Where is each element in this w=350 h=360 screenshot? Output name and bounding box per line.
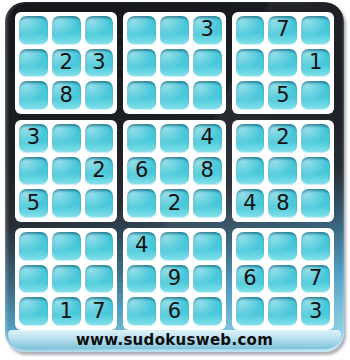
cell-r3c4[interactable] <box>127 81 156 110</box>
box-1-2: 3 <box>123 12 225 114</box>
cell-r1c7[interactable] <box>236 16 265 45</box>
cell-r6c8: 8 <box>268 189 297 218</box>
cell-r9c9: 3 <box>301 297 330 326</box>
cell-r2c6[interactable] <box>193 49 222 78</box>
cell-r5c7[interactable] <box>236 157 265 186</box>
cell-r6c2[interactable] <box>52 189 81 218</box>
cell-r4c7[interactable] <box>236 124 265 153</box>
cell-r9c1[interactable] <box>19 297 48 326</box>
website-link[interactable]: www.sudokusweb.com <box>76 331 273 349</box>
cell-r6c4[interactable] <box>127 189 156 218</box>
cell-r2c7[interactable] <box>236 49 265 78</box>
cell-r9c4[interactable] <box>127 297 156 326</box>
cell-r3c6[interactable] <box>193 81 222 110</box>
cell-r6c3[interactable] <box>85 189 114 218</box>
cell-r7c8[interactable] <box>268 232 297 261</box>
box-1-1: 238 <box>15 12 117 114</box>
cell-r4c4[interactable] <box>127 124 156 153</box>
cell-r5c8[interactable] <box>268 157 297 186</box>
cell-r5c6: 8 <box>193 157 222 186</box>
cell-r1c2[interactable] <box>52 16 81 45</box>
cell-r5c5[interactable] <box>160 157 189 186</box>
cell-r3c5[interactable] <box>160 81 189 110</box>
cell-r9c5: 6 <box>160 297 189 326</box>
cell-r9c3: 7 <box>85 297 114 326</box>
cell-r2c5[interactable] <box>160 49 189 78</box>
sudoku-board-frame: 2383715325468224817496673 www.sudokusweb… <box>5 2 344 352</box>
cell-r7c7[interactable] <box>236 232 265 261</box>
cell-r4c6: 4 <box>193 124 222 153</box>
cell-r5c3: 2 <box>85 157 114 186</box>
sudoku-app: 2383715325468224817496673 www.sudokusweb… <box>0 0 350 360</box>
cell-r8c8[interactable] <box>268 265 297 294</box>
cell-r6c5: 2 <box>160 189 189 218</box>
box-1-3: 715 <box>232 12 334 114</box>
cell-r5c9[interactable] <box>301 157 330 186</box>
cell-r5c4: 6 <box>127 157 156 186</box>
cell-r4c2[interactable] <box>52 124 81 153</box>
cell-r2c3: 3 <box>85 49 114 78</box>
cell-r1c4[interactable] <box>127 16 156 45</box>
cell-r8c9: 7 <box>301 265 330 294</box>
cell-r3c9[interactable] <box>301 81 330 110</box>
cell-r1c9[interactable] <box>301 16 330 45</box>
cell-r3c1[interactable] <box>19 81 48 110</box>
cell-r6c7: 4 <box>236 189 265 218</box>
cell-r2c4[interactable] <box>127 49 156 78</box>
cell-r5c1[interactable] <box>19 157 48 186</box>
cell-r4c9[interactable] <box>301 124 330 153</box>
cell-r8c4[interactable] <box>127 265 156 294</box>
cell-r3c2: 8 <box>52 81 81 110</box>
cell-r7c4: 4 <box>127 232 156 261</box>
cell-r9c2: 1 <box>52 297 81 326</box>
cell-r2c8[interactable] <box>268 49 297 78</box>
cell-r8c1[interactable] <box>19 265 48 294</box>
cell-r7c9[interactable] <box>301 232 330 261</box>
cell-r8c6[interactable] <box>193 265 222 294</box>
cell-r1c5[interactable] <box>160 16 189 45</box>
cell-r2c2: 2 <box>52 49 81 78</box>
cell-r7c3[interactable] <box>85 232 114 261</box>
box-2-3: 248 <box>232 120 334 222</box>
cell-r7c1[interactable] <box>19 232 48 261</box>
cell-r8c5: 9 <box>160 265 189 294</box>
cell-r6c1: 5 <box>19 189 48 218</box>
cell-r1c6: 3 <box>193 16 222 45</box>
cell-r8c2[interactable] <box>52 265 81 294</box>
cell-r9c7[interactable] <box>236 297 265 326</box>
cell-r4c8: 2 <box>268 124 297 153</box>
cell-r7c5[interactable] <box>160 232 189 261</box>
cell-r2c1[interactable] <box>19 49 48 78</box>
box-2-1: 325 <box>15 120 117 222</box>
cell-r1c8: 7 <box>268 16 297 45</box>
footer-bar: www.sudokusweb.com <box>8 330 341 349</box>
cell-r1c3[interactable] <box>85 16 114 45</box>
cell-r9c8[interactable] <box>268 297 297 326</box>
box-2-2: 4682 <box>123 120 225 222</box>
cell-r3c3[interactable] <box>85 81 114 110</box>
cell-r8c3[interactable] <box>85 265 114 294</box>
cell-r9c6[interactable] <box>193 297 222 326</box>
cell-r8c7: 6 <box>236 265 265 294</box>
cell-r6c9[interactable] <box>301 189 330 218</box>
cell-r3c8: 5 <box>268 81 297 110</box>
box-3-3: 673 <box>232 228 334 330</box>
cell-r7c6[interactable] <box>193 232 222 261</box>
cell-r7c2[interactable] <box>52 232 81 261</box>
box-3-2: 496 <box>123 228 225 330</box>
cell-r1c1[interactable] <box>19 16 48 45</box>
cell-r4c3[interactable] <box>85 124 114 153</box>
cell-r4c5[interactable] <box>160 124 189 153</box>
cell-r6c6[interactable] <box>193 189 222 218</box>
cell-r5c2[interactable] <box>52 157 81 186</box>
cell-r4c1: 3 <box>19 124 48 153</box>
cell-r2c9: 1 <box>301 49 330 78</box>
sudoku-grid: 2383715325468224817496673 <box>15 12 334 330</box>
cell-r3c7[interactable] <box>236 81 265 110</box>
box-3-1: 17 <box>15 228 117 330</box>
